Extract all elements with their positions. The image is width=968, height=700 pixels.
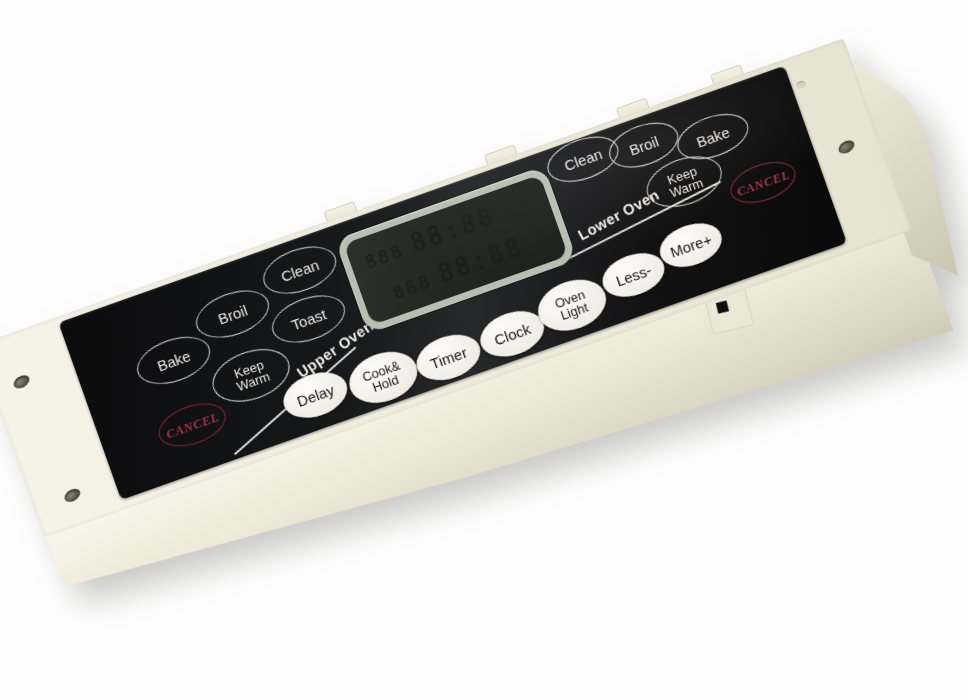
bake-upper-button[interactable]: Bake [131,328,217,393]
tab-slot-hole [716,300,729,313]
screw-hole [11,373,31,391]
screw-hole [836,138,856,156]
more-button[interactable]: More+ [654,216,728,275]
broil-upper-button[interactable]: Broil [190,282,276,347]
display-glass: 88888:88 88888:88 [344,175,569,325]
cook-hold-button[interactable]: Cook& Hold [342,343,424,412]
cancel-upper-button[interactable]: CANCEL [153,395,232,454]
screw-hole [62,486,82,504]
oven-control-board: Upper Oven Lower Oven 88888:88 88888:88 … [0,23,968,647]
cancel-lower-button[interactable]: CANCEL [725,154,801,211]
display-row2-small-digits: 888 [389,270,434,304]
product-photo: Upper Oven Lower Oven 88888:88 88888:88 … [0,0,968,700]
display-row1-small-digits: 888 [361,239,406,273]
flange-dent [796,80,807,90]
clean-upper-button[interactable]: Clean [257,238,343,303]
timer-button[interactable]: Timer [410,327,486,389]
